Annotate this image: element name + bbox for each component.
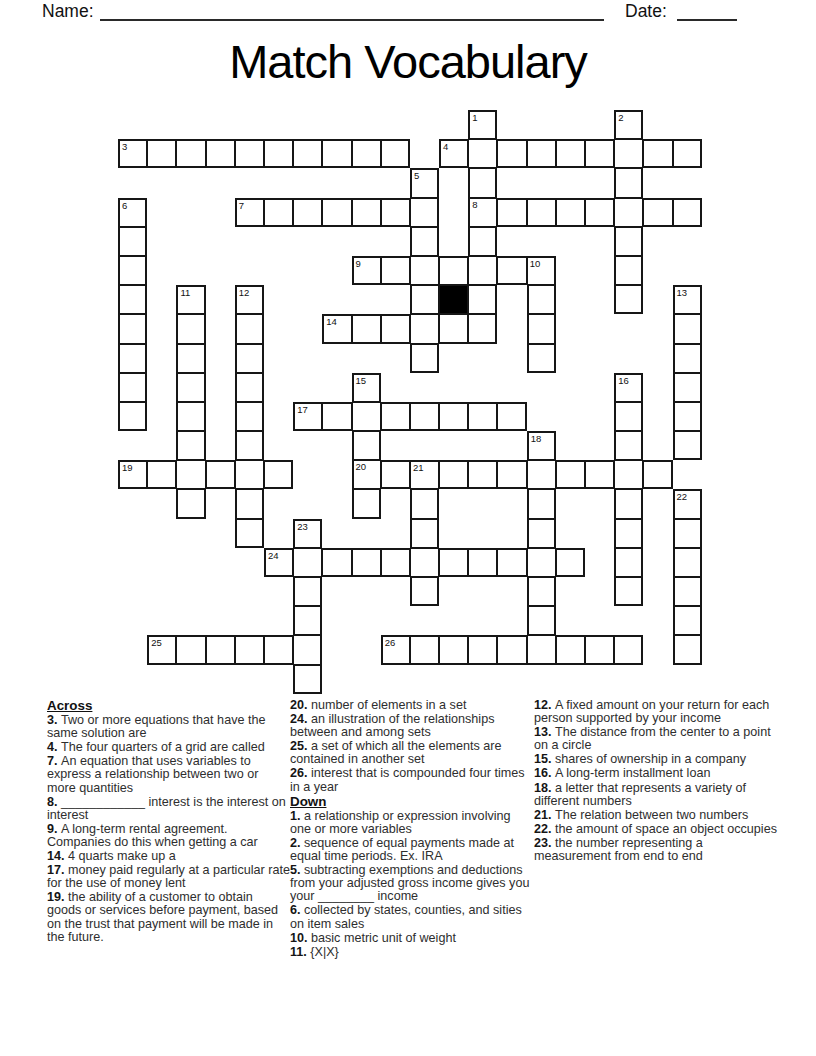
- grid-cell[interactable]: [206, 635, 235, 664]
- page-title: Match Vocabulary: [0, 34, 816, 89]
- grid-cell[interactable]: [497, 198, 526, 227]
- clue: 23. the number representing a measuremen…: [534, 837, 779, 863]
- grid-cell[interactable]: [527, 314, 556, 343]
- grid-cell[interactable]: [352, 139, 381, 168]
- clue: 21. The relation between two numbers: [534, 809, 779, 822]
- grid-cell[interactable]: [235, 344, 264, 373]
- grid-cell[interactable]: 21: [410, 460, 439, 489]
- grid-cell[interactable]: [556, 635, 585, 664]
- grid-cell[interactable]: [468, 402, 497, 431]
- clue-number: 1: [472, 112, 477, 123]
- grid-cell[interactable]: [614, 227, 643, 256]
- grid-cell[interactable]: [556, 548, 585, 577]
- grid-cell[interactable]: [235, 373, 264, 402]
- grid-cell[interactable]: [322, 198, 351, 227]
- clue-column-middle: 20. number of elements in a set24. an il…: [290, 699, 533, 960]
- grid-cell[interactable]: [410, 402, 439, 431]
- grid-cell[interactable]: [643, 460, 672, 489]
- clue: 7. An equation that uses variables to ex…: [47, 755, 290, 794]
- name-label: Name:: [42, 0, 94, 22]
- grid-cell[interactable]: [673, 519, 702, 548]
- clue-number: 12: [239, 287, 250, 298]
- grid-cell[interactable]: [381, 402, 410, 431]
- grid-cell[interactable]: [643, 198, 672, 227]
- grid-cell[interactable]: [527, 606, 556, 635]
- grid-cell[interactable]: [118, 256, 147, 285]
- grid-cell[interactable]: [381, 548, 410, 577]
- grid-cell[interactable]: [497, 139, 526, 168]
- date-label: Date:: [625, 0, 667, 22]
- grid-cell[interactable]: 15: [352, 373, 381, 402]
- grid-cell[interactable]: [614, 198, 643, 227]
- grid-cell[interactable]: 6: [118, 198, 147, 227]
- clue-number: 24: [268, 550, 279, 561]
- clue: 6. collected by states, counties, and si…: [290, 904, 533, 930]
- grid-cell[interactable]: 8: [468, 198, 497, 227]
- grid-cell[interactable]: [497, 635, 526, 664]
- grid-cell[interactable]: [439, 314, 468, 343]
- clue: 12. A fixed amount on your return for ea…: [534, 699, 779, 725]
- grid-cell[interactable]: [206, 139, 235, 168]
- grid-cell[interactable]: [673, 139, 702, 168]
- grid-cell[interactable]: 12: [235, 285, 264, 314]
- grid-cell[interactable]: [322, 139, 351, 168]
- grid-cell[interactable]: [614, 519, 643, 548]
- grid-cell[interactable]: [410, 227, 439, 256]
- grid-cell[interactable]: [410, 577, 439, 606]
- clue-number: 22: [677, 491, 688, 502]
- clue-number: 18: [531, 433, 542, 444]
- grid-cell[interactable]: [176, 460, 205, 489]
- grid-cell[interactable]: [527, 139, 556, 168]
- clue-number: 2: [618, 112, 623, 123]
- grid-cell[interactable]: [381, 256, 410, 285]
- grid-cell[interactable]: [468, 227, 497, 256]
- clue: 4. The four quarters of a grid are calle…: [47, 741, 290, 754]
- clue: 13. The distance from the center to a po…: [534, 726, 779, 752]
- grid-cell[interactable]: [410, 314, 439, 343]
- clue-number: 5: [414, 170, 419, 181]
- grid-cell[interactable]: 1: [468, 110, 497, 139]
- grid-cell[interactable]: [673, 373, 702, 402]
- grid-cell[interactable]: [527, 577, 556, 606]
- grid-cell[interactable]: [264, 635, 293, 664]
- clue: 3. Two or more equations that have the s…: [47, 714, 290, 740]
- clue: 18. a letter that represents a variety o…: [534, 782, 779, 808]
- grid-cell[interactable]: [235, 519, 264, 548]
- grid-cell[interactable]: [235, 139, 264, 168]
- grid-cell[interactable]: [352, 314, 381, 343]
- grid-cell[interactable]: [468, 635, 497, 664]
- grid-cell[interactable]: 2: [614, 110, 643, 139]
- grid-cell[interactable]: 19: [118, 460, 147, 489]
- grid-cell[interactable]: [264, 139, 293, 168]
- clue-number: 26: [385, 637, 396, 648]
- crossword-grid: 1234567891011121314151617181920212223242…: [118, 110, 702, 694]
- grid-cell[interactable]: [293, 548, 322, 577]
- grid-cell[interactable]: [585, 198, 614, 227]
- grid-cell[interactable]: [527, 198, 556, 227]
- grid-cell[interactable]: [643, 139, 672, 168]
- grid-cell[interactable]: [118, 402, 147, 431]
- grid-cell[interactable]: [235, 314, 264, 343]
- grid-cell[interactable]: 13: [673, 285, 702, 314]
- grid-cell[interactable]: [176, 373, 205, 402]
- grid-cell[interactable]: [322, 548, 351, 577]
- grid-cell[interactable]: [439, 635, 468, 664]
- clue: 26. interest that is compounded four tim…: [290, 767, 533, 793]
- clue: 14. 4 quarts make up a: [47, 850, 290, 863]
- grid-cell[interactable]: [468, 285, 497, 314]
- clue-number: 25: [151, 637, 162, 648]
- grid-cell[interactable]: 20: [352, 460, 381, 489]
- grid-cell[interactable]: [293, 606, 322, 635]
- grid-cell[interactable]: [118, 344, 147, 373]
- grid-cell[interactable]: [527, 285, 556, 314]
- grid-cell[interactable]: [381, 460, 410, 489]
- clue-number: 10: [530, 258, 541, 269]
- grid-cell[interactable]: [381, 314, 410, 343]
- grid-cell[interactable]: [293, 139, 322, 168]
- grid-cell[interactable]: [673, 402, 702, 431]
- grid-cell[interactable]: [264, 460, 293, 489]
- grid-cell[interactable]: [673, 606, 702, 635]
- grid-cell[interactable]: [468, 548, 497, 577]
- clue-number: 20: [356, 461, 367, 472]
- grid-cell[interactable]: [235, 635, 264, 664]
- grid-cell[interactable]: [527, 460, 556, 489]
- grid-cell[interactable]: [176, 402, 205, 431]
- grid-cell[interactable]: 22: [673, 489, 702, 518]
- clue-number: 17: [297, 404, 308, 415]
- clue-number: 13: [677, 287, 688, 298]
- clue-number: 14: [326, 316, 337, 327]
- clue-column-across: Across 3. Two or more equations that hav…: [47, 699, 290, 945]
- grid-cell[interactable]: [439, 402, 468, 431]
- grid-cell[interactable]: [118, 227, 147, 256]
- grid-cell[interactable]: [293, 665, 322, 694]
- grid-cell[interactable]: [381, 139, 410, 168]
- grid-cell[interactable]: 9: [352, 256, 381, 285]
- grid-cell[interactable]: [235, 431, 264, 460]
- grid-cell[interactable]: [293, 198, 322, 227]
- grid-cell[interactable]: [118, 373, 147, 402]
- grid-cell[interactable]: [468, 256, 497, 285]
- grid-cell[interactable]: [614, 139, 643, 168]
- grid-cell[interactable]: [410, 256, 439, 285]
- grid-cell[interactable]: [556, 198, 585, 227]
- grid-cell[interactable]: [614, 577, 643, 606]
- clue: 10. basic metric unit of weight: [290, 932, 533, 945]
- grid-cell[interactable]: [585, 460, 614, 489]
- grid-cell[interactable]: 3: [118, 139, 147, 168]
- grid-cell[interactable]: [352, 402, 381, 431]
- grid-cell[interactable]: [176, 344, 205, 373]
- grid-cell[interactable]: [410, 198, 439, 227]
- grid-cell[interactable]: [118, 314, 147, 343]
- clue: 5. subtracting exemptions and deductions…: [290, 864, 533, 903]
- clue-number: 3: [122, 141, 127, 152]
- grid-cell[interactable]: [235, 402, 264, 431]
- grid-cell[interactable]: [614, 489, 643, 518]
- across-header: Across: [47, 699, 290, 712]
- grid-cell[interactable]: [235, 489, 264, 518]
- grid-cell[interactable]: [147, 460, 176, 489]
- clue-column-down: 12. A fixed amount on your return for ea…: [534, 699, 779, 864]
- grid-cell[interactable]: [614, 635, 643, 664]
- grid-cell[interactable]: [352, 198, 381, 227]
- grid-cell[interactable]: [614, 548, 643, 577]
- grid-cell[interactable]: [468, 314, 497, 343]
- clue: 9. A long-term rental agreement. Compani…: [47, 823, 290, 849]
- grid-cell[interactable]: [439, 256, 468, 285]
- grid-cell[interactable]: 7: [235, 198, 264, 227]
- grid-cell[interactable]: [673, 577, 702, 606]
- grid-cell[interactable]: [352, 489, 381, 518]
- grid-cell[interactable]: [614, 460, 643, 489]
- grid-cell[interactable]: [439, 460, 468, 489]
- grid-cell[interactable]: [614, 168, 643, 197]
- clue: 24. an illustration of the relationships…: [290, 713, 533, 739]
- grid-cell[interactable]: [497, 256, 526, 285]
- grid-cell[interactable]: [176, 314, 205, 343]
- grid-cell[interactable]: [673, 548, 702, 577]
- clue-number: 8: [472, 199, 477, 210]
- grid-cell[interactable]: [497, 460, 526, 489]
- grid-cell[interactable]: [527, 519, 556, 548]
- grid-cell[interactable]: [527, 548, 556, 577]
- clue: 22. the amount of space an object occupi…: [534, 823, 779, 836]
- grid-cell[interactable]: [206, 460, 235, 489]
- grid-cell[interactable]: [293, 635, 322, 664]
- grid-cell[interactable]: 14: [322, 314, 351, 343]
- grid-cell[interactable]: [614, 285, 643, 314]
- grid-cell[interactable]: [293, 577, 322, 606]
- clue-number: 11: [180, 287, 190, 298]
- grid-cell[interactable]: 26: [381, 635, 410, 664]
- grid-cell[interactable]: [673, 344, 702, 373]
- grid-cell[interactable]: [673, 198, 702, 227]
- clue: 8. ____________ interest is the interest…: [47, 796, 290, 822]
- grid-cell[interactable]: [468, 139, 497, 168]
- grid-cell[interactable]: [527, 344, 556, 373]
- grid-cell[interactable]: [585, 139, 614, 168]
- clue: 11. {X|X}: [290, 946, 533, 959]
- grid-cell[interactable]: [614, 402, 643, 431]
- grid-cell[interactable]: [410, 635, 439, 664]
- grid-cell[interactable]: [322, 402, 351, 431]
- name-write-line: [100, 19, 604, 21]
- clue-number: 23: [297, 521, 308, 532]
- clue: 20. number of elements in a set: [290, 699, 533, 712]
- black-cell: [439, 285, 468, 314]
- grid-cell[interactable]: [468, 460, 497, 489]
- grid-cell[interactable]: 23: [293, 519, 322, 548]
- grid-cell[interactable]: 11: [176, 285, 205, 314]
- grid-cell[interactable]: [614, 431, 643, 460]
- grid-cell[interactable]: [673, 635, 702, 664]
- clue: 25. a set of which all the elements are …: [290, 740, 533, 766]
- grid-cell[interactable]: [176, 635, 205, 664]
- grid-cell[interactable]: [235, 460, 264, 489]
- grid-cell[interactable]: 17: [293, 402, 322, 431]
- date-write-line: [677, 19, 737, 21]
- grid-cell[interactable]: [352, 431, 381, 460]
- clue-number: 9: [356, 258, 361, 269]
- grid-cell[interactable]: [556, 139, 585, 168]
- clue-number: 6: [122, 200, 127, 211]
- grid-cell[interactable]: [585, 635, 614, 664]
- clue: 19. the ability of a customer to obtain …: [47, 891, 290, 943]
- grid-cell[interactable]: [439, 548, 468, 577]
- grid-cell[interactable]: 24: [264, 548, 293, 577]
- grid-cell[interactable]: [176, 489, 205, 518]
- clue-number: 4: [443, 141, 448, 152]
- grid-cell[interactable]: [497, 402, 526, 431]
- grid-cell[interactable]: [673, 431, 702, 460]
- grid-cell[interactable]: [527, 635, 556, 664]
- clue: 2. sequence of equal payments made at eq…: [290, 837, 533, 863]
- grid-cell[interactable]: [497, 548, 526, 577]
- grid-cell[interactable]: 5: [410, 168, 439, 197]
- grid-cell[interactable]: [147, 139, 176, 168]
- grid-cell[interactable]: [176, 139, 205, 168]
- clue-number: 7: [239, 200, 244, 211]
- grid-cell[interactable]: [410, 519, 439, 548]
- clue-number: 19: [122, 462, 133, 473]
- grid-cell[interactable]: 25: [147, 635, 176, 664]
- grid-cell[interactable]: 10: [527, 256, 556, 285]
- clue: 15. shares of ownership in a company: [534, 753, 779, 766]
- clue: 1. a relationship or expression involvin…: [290, 810, 533, 836]
- grid-cell[interactable]: [381, 198, 410, 227]
- clue: 16. A long-term installment loan: [534, 767, 779, 780]
- grid-cell[interactable]: [352, 548, 381, 577]
- grid-cell[interactable]: [176, 431, 205, 460]
- grid-cell[interactable]: [556, 460, 585, 489]
- grid-cell[interactable]: [673, 314, 702, 343]
- grid-cell[interactable]: [468, 168, 497, 197]
- grid-cell[interactable]: [410, 548, 439, 577]
- worksheet-page: Name: Date: Match Vocabulary 12345678910…: [0, 0, 816, 1056]
- grid-cell[interactable]: [527, 489, 556, 518]
- grid-cell[interactable]: 4: [439, 139, 468, 168]
- grid-cell[interactable]: [264, 198, 293, 227]
- grid-cell[interactable]: [614, 256, 643, 285]
- grid-cell[interactable]: [410, 285, 439, 314]
- clue-number: 16: [618, 375, 629, 386]
- grid-cell[interactable]: 18: [527, 431, 556, 460]
- clue-number: 21: [413, 462, 424, 473]
- clue: 17. money paid regularly at a particular…: [47, 864, 290, 890]
- grid-cell[interactable]: [410, 344, 439, 373]
- grid-cell[interactable]: [118, 285, 147, 314]
- grid-cell[interactable]: [410, 489, 439, 518]
- clue-number: 15: [356, 375, 367, 386]
- grid-cell[interactable]: 16: [614, 373, 643, 402]
- down-header: Down: [290, 795, 533, 808]
